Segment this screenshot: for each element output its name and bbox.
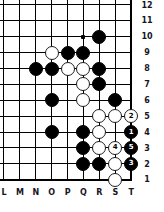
intersection-L4[interactable] xyxy=(0,124,12,140)
intersection-S11[interactable] xyxy=(107,13,123,29)
intersection-N7[interactable] xyxy=(28,76,44,92)
intersection-L3[interactable] xyxy=(0,140,12,156)
intersection-P3[interactable] xyxy=(60,140,76,156)
intersection-S9[interactable] xyxy=(107,45,123,61)
intersection-N4[interactable] xyxy=(28,124,44,140)
intersection-N6[interactable] xyxy=(28,92,44,108)
intersection-O12[interactable] xyxy=(44,0,60,13)
intersection-S1[interactable] xyxy=(107,172,123,188)
intersection-N3[interactable] xyxy=(28,140,44,156)
intersection-S3[interactable]: 4 xyxy=(107,140,123,156)
col-label-R: R xyxy=(92,187,106,198)
intersection-L10[interactable] xyxy=(0,29,12,45)
intersection-O8[interactable] xyxy=(44,61,60,77)
intersection-R5[interactable] xyxy=(91,108,107,124)
intersection-M10[interactable] xyxy=(12,29,28,45)
intersection-N11[interactable] xyxy=(28,13,44,29)
intersection-P2[interactable] xyxy=(60,156,76,172)
intersection-P5[interactable] xyxy=(60,108,76,124)
intersection-Q3[interactable] xyxy=(75,140,91,156)
intersection-P11[interactable] xyxy=(60,13,76,29)
intersection-R1[interactable] xyxy=(91,172,107,188)
intersection-N12[interactable] xyxy=(28,0,44,13)
intersection-Q5[interactable] xyxy=(75,108,91,124)
intersection-M5[interactable] xyxy=(12,108,28,124)
intersection-L11[interactable] xyxy=(0,13,12,29)
row-label-4: 4 xyxy=(137,127,157,138)
intersection-L7[interactable] xyxy=(0,76,12,92)
white-stone-R3 xyxy=(92,141,106,155)
intersection-N1[interactable] xyxy=(28,172,44,188)
intersection-N5[interactable] xyxy=(28,108,44,124)
intersection-P1[interactable] xyxy=(60,172,76,188)
white-stone-S3-move-4: 4 xyxy=(108,141,122,155)
intersection-S5[interactable] xyxy=(107,108,123,124)
intersection-S2[interactable] xyxy=(107,156,123,172)
black-stone-N8 xyxy=(29,62,43,76)
intersection-S4[interactable] xyxy=(107,124,123,140)
intersection-O6[interactable] xyxy=(44,92,60,108)
black-stone-R7 xyxy=(92,77,106,91)
row-label-1: 1 xyxy=(137,174,157,185)
white-stone-P8 xyxy=(61,62,75,76)
intersection-N10[interactable] xyxy=(28,29,44,45)
intersection-O10[interactable] xyxy=(44,29,60,45)
intersection-R8[interactable] xyxy=(91,61,107,77)
black-stone-S6 xyxy=(108,93,122,107)
intersection-S10[interactable] xyxy=(107,29,123,45)
intersection-Q1[interactable] xyxy=(75,172,91,188)
intersection-Q6[interactable] xyxy=(75,92,91,108)
intersection-O5[interactable] xyxy=(44,108,60,124)
board-grid: 21453 xyxy=(0,0,139,188)
white-stone-R5 xyxy=(92,109,106,123)
go-diagram: 21453 121110987654321 LMNOPQRST xyxy=(0,0,164,212)
intersection-S8[interactable] xyxy=(107,61,123,77)
col-label-N: N xyxy=(29,187,43,198)
intersection-P9[interactable] xyxy=(60,45,76,61)
col-label-Q: Q xyxy=(77,187,91,198)
intersection-O4[interactable] xyxy=(44,124,60,140)
intersection-Q11[interactable] xyxy=(75,13,91,29)
intersection-L12[interactable] xyxy=(0,0,12,13)
row-label-2: 2 xyxy=(137,159,157,170)
black-stone-T3-move-5: 5 xyxy=(124,141,138,155)
intersection-M6[interactable] xyxy=(12,92,28,108)
intersection-O7[interactable] xyxy=(44,76,60,92)
intersection-R4[interactable] xyxy=(91,124,107,140)
white-stone-R4 xyxy=(92,125,106,139)
intersection-L8[interactable] xyxy=(0,61,12,77)
intersection-S6[interactable] xyxy=(107,92,123,108)
intersection-R10[interactable] xyxy=(91,29,107,45)
intersection-P6[interactable] xyxy=(60,92,76,108)
col-label-L: L xyxy=(0,187,11,198)
intersection-R6[interactable] xyxy=(91,92,107,108)
black-stone-O4 xyxy=(45,125,59,139)
white-stone-Q6 xyxy=(76,93,90,107)
star-point-marker xyxy=(81,35,85,39)
intersection-L5[interactable] xyxy=(0,108,12,124)
intersection-M2[interactable] xyxy=(12,156,28,172)
intersection-O9[interactable] xyxy=(44,45,60,61)
col-label-T: T xyxy=(124,187,138,198)
row-label-11: 11 xyxy=(137,15,157,26)
intersection-Q9[interactable] xyxy=(75,45,91,61)
intersection-O11[interactable] xyxy=(44,13,60,29)
intersection-M1[interactable] xyxy=(12,172,28,188)
row-label-10: 10 xyxy=(137,31,157,42)
black-stone-Q9 xyxy=(76,46,90,60)
intersection-R12[interactable] xyxy=(91,0,107,13)
intersection-P4[interactable] xyxy=(60,124,76,140)
black-stone-R10 xyxy=(92,30,106,44)
intersection-P8[interactable] xyxy=(60,61,76,77)
black-stone-P9 xyxy=(61,46,75,60)
black-stone-O8 xyxy=(45,62,59,76)
intersection-N8[interactable] xyxy=(28,61,44,77)
intersection-Q4[interactable] xyxy=(75,124,91,140)
intersection-M11[interactable] xyxy=(12,13,28,29)
intersection-P7[interactable] xyxy=(60,76,76,92)
col-label-S: S xyxy=(108,187,122,198)
black-stone-R2 xyxy=(92,157,106,171)
intersection-Q7[interactable] xyxy=(75,76,91,92)
intersection-R3[interactable] xyxy=(91,140,107,156)
row-label-3: 3 xyxy=(137,143,157,154)
intersection-S12[interactable] xyxy=(107,0,123,13)
intersection-N9[interactable] xyxy=(28,45,44,61)
white-stone-S2 xyxy=(108,157,122,171)
intersection-P12[interactable] xyxy=(60,0,76,13)
intersection-O1[interactable] xyxy=(44,172,60,188)
black-stone-R8 xyxy=(92,62,106,76)
intersection-M8[interactable] xyxy=(12,61,28,77)
white-stone-S5 xyxy=(108,109,122,123)
row-label-8: 8 xyxy=(137,63,157,74)
intersection-M9[interactable] xyxy=(12,45,28,61)
intersection-S7[interactable] xyxy=(107,76,123,92)
intersection-N2[interactable] xyxy=(28,156,44,172)
black-stone-O6 xyxy=(45,93,59,107)
intersection-L1[interactable] xyxy=(0,172,12,188)
black-stone-T4-move-1: 1 xyxy=(124,125,138,139)
intersection-Q8[interactable] xyxy=(75,61,91,77)
intersection-M7[interactable] xyxy=(12,76,28,92)
intersection-M12[interactable] xyxy=(12,0,28,13)
white-stone-Q7 xyxy=(76,77,90,91)
intersection-M3[interactable] xyxy=(12,140,28,156)
row-label-6: 6 xyxy=(137,95,157,106)
intersection-Q10[interactable] xyxy=(75,29,91,45)
white-stone-S1 xyxy=(108,173,122,187)
col-label-M: M xyxy=(13,187,27,198)
black-stone-Q2 xyxy=(76,157,90,171)
intersection-R9[interactable] xyxy=(91,45,107,61)
black-stone-T2-move-3: 3 xyxy=(124,157,138,171)
intersection-L9[interactable] xyxy=(0,45,12,61)
row-label-7: 7 xyxy=(137,79,157,90)
col-label-P: P xyxy=(61,187,75,198)
intersection-L2[interactable] xyxy=(0,156,12,172)
intersection-R7[interactable] xyxy=(91,76,107,92)
intersection-O2[interactable] xyxy=(44,156,60,172)
white-stone-Q8 xyxy=(76,62,90,76)
row-label-12: 12 xyxy=(137,0,157,11)
intersection-R11[interactable] xyxy=(91,13,107,29)
intersection-L6[interactable] xyxy=(0,92,12,108)
row-label-5: 5 xyxy=(137,111,157,122)
intersection-R2[interactable] xyxy=(91,156,107,172)
black-stone-Q4 xyxy=(76,125,90,139)
white-stone-T5-move-2: 2 xyxy=(124,109,138,123)
intersection-Q12[interactable] xyxy=(75,0,91,13)
intersection-Q2[interactable] xyxy=(75,156,91,172)
intersection-P10[interactable] xyxy=(60,29,76,45)
intersection-M4[interactable] xyxy=(12,124,28,140)
col-label-O: O xyxy=(45,187,59,198)
row-label-9: 9 xyxy=(137,47,157,58)
black-stone-Q3 xyxy=(76,141,90,155)
intersection-O3[interactable] xyxy=(44,140,60,156)
white-stone-O9 xyxy=(45,46,59,60)
